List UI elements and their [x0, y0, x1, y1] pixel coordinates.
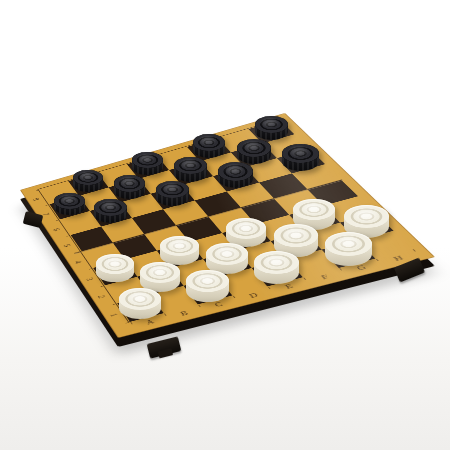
- checker-black-f6[interactable]: ⛂: [218, 162, 253, 188]
- checker-white-a1[interactable]: ⛀: [119, 288, 161, 319]
- checker-black-e7[interactable]: ⛂: [174, 157, 207, 181]
- checker-black-a7[interactable]: ⛂: [54, 193, 85, 216]
- checker-black-c7[interactable]: ⛂: [114, 175, 146, 198]
- checker-white-g1[interactable]: ⛀: [325, 232, 372, 267]
- checker-white-c3[interactable]: ⛀: [160, 236, 199, 265]
- checker-black-g7[interactable]: ⛂: [237, 139, 271, 164]
- checker-white-c1[interactable]: ⛀: [186, 270, 229, 302]
- pieces-layer: ⛀⛀⛀⛀⛀⛀⛀⛀⛀⛀⛀⛀⛂⛂⛂⛂⛂⛂⛂⛂⛂⛂⛂⛂: [0, 0, 450, 450]
- checker-black-f8[interactable]: ⛂: [193, 134, 225, 158]
- checker-white-a3[interactable]: ⛀: [96, 254, 133, 282]
- checker-white-e1[interactable]: ⛀: [254, 251, 299, 284]
- checker-black-b6[interactable]: ⛂: [94, 199, 127, 223]
- checker-black-d8[interactable]: ⛂: [132, 152, 163, 175]
- checkers-board-photo: ABCDEFGH 87654321 ⛀⛀⛀⛀⛀⛀⛀⛀⛀⛀⛀⛀⛂⛂⛂⛂⛂⛂⛂⛂⛂⛂…: [0, 0, 450, 450]
- checker-black-b8[interactable]: ⛂: [73, 170, 103, 192]
- checker-black-d6[interactable]: ⛂: [156, 181, 190, 206]
- checker-black-h8[interactable]: ⛂: [255, 116, 288, 140]
- checker-black-h6[interactable]: ⛂: [282, 144, 319, 171]
